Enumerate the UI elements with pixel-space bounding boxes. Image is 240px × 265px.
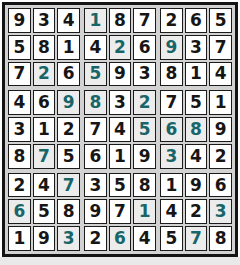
sudoku-box-7: 247658193 — [8, 173, 80, 251]
cell-r3c7[interactable]: 8 — [160, 62, 183, 87]
cell-r4c9[interactable]: 1 — [209, 90, 232, 115]
cell-r6c5[interactable]: 1 — [109, 144, 132, 169]
cell-r5c4[interactable]: 7 — [84, 117, 107, 142]
cell-r4c6[interactable]: 2 — [133, 90, 156, 115]
cell-r9c5[interactable]: 6 — [109, 226, 132, 251]
cell-r6c7[interactable]: 3 — [160, 144, 183, 169]
cell-r3c8[interactable]: 1 — [185, 62, 208, 87]
cell-r2c3[interactable]: 1 — [57, 35, 80, 60]
cell-r9c6[interactable]: 4 — [133, 226, 156, 251]
cell-r5c1[interactable]: 3 — [8, 117, 31, 142]
cell-r1c4[interactable]: 1 — [84, 8, 107, 33]
cell-r3c5[interactable]: 9 — [109, 62, 132, 87]
cell-r5c9[interactable]: 9 — [209, 117, 232, 142]
cell-r8c2[interactable]: 5 — [33, 199, 56, 224]
cell-r7c9[interactable]: 6 — [209, 173, 232, 198]
cell-r8c3[interactable]: 8 — [57, 199, 80, 224]
cell-r1c2[interactable]: 3 — [33, 8, 56, 33]
sudoku-box-1: 934581726 — [8, 8, 80, 86]
cell-r3c1[interactable]: 7 — [8, 62, 31, 87]
cell-r8c1[interactable]: 6 — [8, 199, 31, 224]
cell-r7c3[interactable]: 7 — [57, 173, 80, 198]
cell-r8c5[interactable]: 7 — [109, 199, 132, 224]
cell-r6c8[interactable]: 4 — [185, 144, 208, 169]
cell-r2c6[interactable]: 6 — [133, 35, 156, 60]
cell-r7c1[interactable]: 2 — [8, 173, 31, 198]
cell-r2c4[interactable]: 4 — [84, 35, 107, 60]
cell-r3c9[interactable]: 4 — [209, 62, 232, 87]
sudoku-page: 9345817261874265932659378144693128758327… — [0, 2, 240, 265]
cell-r3c3[interactable]: 6 — [57, 62, 80, 87]
cell-r4c5[interactable]: 3 — [109, 90, 132, 115]
sudoku-box-8: 358971264 — [84, 173, 156, 251]
cell-r5c7[interactable]: 6 — [160, 117, 183, 142]
cell-r2c2[interactable]: 8 — [33, 35, 56, 60]
cell-r7c6[interactable]: 8 — [133, 173, 156, 198]
cell-r2c5[interactable]: 2 — [109, 35, 132, 60]
cell-r1c5[interactable]: 8 — [109, 8, 132, 33]
cell-r7c4[interactable]: 3 — [84, 173, 107, 198]
sudoku-box-4: 469312875 — [8, 90, 80, 168]
cell-r2c1[interactable]: 5 — [8, 35, 31, 60]
cell-r1c6[interactable]: 7 — [133, 8, 156, 33]
cell-r3c6[interactable]: 3 — [133, 62, 156, 87]
cell-r9c8[interactable]: 7 — [185, 226, 208, 251]
sudoku-box-3: 265937814 — [160, 8, 232, 86]
cell-r9c7[interactable]: 5 — [160, 226, 183, 251]
cell-r5c8[interactable]: 8 — [185, 117, 208, 142]
cell-r6c4[interactable]: 6 — [84, 144, 107, 169]
cell-r7c8[interactable]: 9 — [185, 173, 208, 198]
cell-r3c2[interactable]: 2 — [33, 62, 56, 87]
cell-r8c6[interactable]: 1 — [133, 199, 156, 224]
cell-r8c7[interactable]: 4 — [160, 199, 183, 224]
cell-r4c7[interactable]: 7 — [160, 90, 183, 115]
cell-r9c1[interactable]: 1 — [8, 226, 31, 251]
cell-r9c4[interactable]: 2 — [84, 226, 107, 251]
cell-r1c9[interactable]: 5 — [209, 8, 232, 33]
cell-r2c8[interactable]: 3 — [185, 35, 208, 60]
cell-r5c3[interactable]: 2 — [57, 117, 80, 142]
cell-r4c3[interactable]: 9 — [57, 90, 80, 115]
sudoku-box-5: 832745619 — [84, 90, 156, 168]
cell-r3c4[interactable]: 5 — [84, 62, 107, 87]
cell-r8c4[interactable]: 9 — [84, 199, 107, 224]
cell-r2c7[interactable]: 9 — [160, 35, 183, 60]
cell-r6c3[interactable]: 5 — [57, 144, 80, 169]
cell-r1c1[interactable]: 9 — [8, 8, 31, 33]
sudoku-box-6: 751689342 — [160, 90, 232, 168]
sudoku-box-9: 196423578 — [160, 173, 232, 251]
cell-r9c9[interactable]: 8 — [209, 226, 232, 251]
cell-r4c8[interactable]: 5 — [185, 90, 208, 115]
cell-r6c2[interactable]: 7 — [33, 144, 56, 169]
cell-r1c8[interactable]: 6 — [185, 8, 208, 33]
cell-r5c6[interactable]: 5 — [133, 117, 156, 142]
cell-r6c9[interactable]: 2 — [209, 144, 232, 169]
cell-r9c2[interactable]: 9 — [33, 226, 56, 251]
sudoku-box-2: 187426593 — [84, 8, 156, 86]
cell-r7c7[interactable]: 1 — [160, 173, 183, 198]
sudoku-board: 9345817261874265932659378144693128758327… — [2, 2, 238, 257]
cell-r6c6[interactable]: 9 — [133, 144, 156, 169]
cell-r1c7[interactable]: 2 — [160, 8, 183, 33]
cell-r4c1[interactable]: 4 — [8, 90, 31, 115]
cell-r5c5[interactable]: 4 — [109, 117, 132, 142]
cell-r1c3[interactable]: 4 — [57, 8, 80, 33]
cell-r5c2[interactable]: 1 — [33, 117, 56, 142]
cell-r7c5[interactable]: 5 — [109, 173, 132, 198]
cell-r4c2[interactable]: 6 — [33, 90, 56, 115]
cell-r9c3[interactable]: 3 — [57, 226, 80, 251]
cell-r4c4[interactable]: 8 — [84, 90, 107, 115]
cell-r8c8[interactable]: 2 — [185, 199, 208, 224]
cell-r6c1[interactable]: 8 — [8, 144, 31, 169]
page-background-strip — [0, 257, 240, 265]
cell-r8c9[interactable]: 3 — [209, 199, 232, 224]
cell-r7c2[interactable]: 4 — [33, 173, 56, 198]
cell-r2c9[interactable]: 7 — [209, 35, 232, 60]
